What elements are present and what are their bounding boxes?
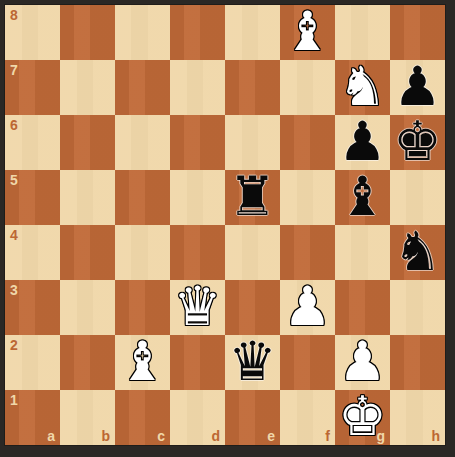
white-bishop[interactable]: ♝	[118, 335, 166, 389]
square-d4[interactable]	[170, 225, 225, 280]
square-a4[interactable]: 4	[5, 225, 60, 280]
square-f4[interactable]	[280, 225, 335, 280]
square-c3[interactable]	[115, 280, 170, 335]
square-e4[interactable]	[225, 225, 280, 280]
file-label-a: a	[47, 428, 55, 444]
square-a1[interactable]: 1a	[5, 390, 60, 445]
rank-label-4: 4	[10, 227, 18, 243]
black-queen[interactable]: ♛	[228, 335, 276, 389]
square-c4[interactable]	[115, 225, 170, 280]
square-f5[interactable]	[280, 170, 335, 225]
square-b4[interactable]	[60, 225, 115, 280]
square-f7[interactable]	[280, 60, 335, 115]
rank-label-1: 1	[10, 392, 18, 408]
square-c5[interactable]	[115, 170, 170, 225]
square-h7[interactable]: ♟	[390, 60, 445, 115]
square-e1[interactable]: e	[225, 390, 280, 445]
file-label-f: f	[325, 428, 330, 444]
square-h8[interactable]	[390, 5, 445, 60]
file-label-c: c	[157, 428, 165, 444]
square-d1[interactable]: d	[170, 390, 225, 445]
square-a3[interactable]: 3	[5, 280, 60, 335]
square-e5[interactable]: ♜	[225, 170, 280, 225]
white-king[interactable]: ♚	[338, 390, 386, 444]
square-e6[interactable]	[225, 115, 280, 170]
square-d8[interactable]	[170, 5, 225, 60]
square-g6[interactable]: ♟	[335, 115, 390, 170]
square-d2[interactable]	[170, 335, 225, 390]
file-label-d: d	[211, 428, 220, 444]
square-h3[interactable]	[390, 280, 445, 335]
white-pawn[interactable]: ♟	[338, 335, 386, 389]
square-a8[interactable]: 8	[5, 5, 60, 60]
square-h5[interactable]	[390, 170, 445, 225]
square-f1[interactable]: f	[280, 390, 335, 445]
square-e3[interactable]	[225, 280, 280, 335]
square-f8[interactable]: ♝	[280, 5, 335, 60]
rank-label-6: 6	[10, 117, 18, 133]
square-b1[interactable]: b	[60, 390, 115, 445]
square-b5[interactable]	[60, 170, 115, 225]
square-g4[interactable]	[335, 225, 390, 280]
chess-board-frame: 8♝7♞♟6♟♚5♜♝4♞3♛♟2♝♛♟1abcdefg♚h	[0, 0, 455, 457]
white-queen[interactable]: ♛	[173, 280, 221, 334]
square-c7[interactable]	[115, 60, 170, 115]
square-g5[interactable]: ♝	[335, 170, 390, 225]
square-d5[interactable]	[170, 170, 225, 225]
square-e7[interactable]	[225, 60, 280, 115]
square-a7[interactable]: 7	[5, 60, 60, 115]
square-g3[interactable]	[335, 280, 390, 335]
square-c2[interactable]: ♝	[115, 335, 170, 390]
rank-label-3: 3	[10, 282, 18, 298]
square-b3[interactable]	[60, 280, 115, 335]
black-bishop[interactable]: ♝	[338, 170, 386, 224]
square-h4[interactable]: ♞	[390, 225, 445, 280]
square-f3[interactable]: ♟	[280, 280, 335, 335]
rank-label-8: 8	[10, 7, 18, 23]
square-g1[interactable]: g♚	[335, 390, 390, 445]
square-h1[interactable]: h	[390, 390, 445, 445]
black-rook[interactable]: ♜	[228, 170, 276, 224]
black-pawn[interactable]: ♟	[393, 60, 441, 114]
square-b7[interactable]	[60, 60, 115, 115]
black-pawn[interactable]: ♟	[338, 115, 386, 169]
square-g2[interactable]: ♟	[335, 335, 390, 390]
square-g8[interactable]	[335, 5, 390, 60]
square-h2[interactable]	[390, 335, 445, 390]
square-b8[interactable]	[60, 5, 115, 60]
square-c8[interactable]	[115, 5, 170, 60]
rank-label-2: 2	[10, 337, 18, 353]
square-c6[interactable]	[115, 115, 170, 170]
square-e8[interactable]	[225, 5, 280, 60]
file-label-h: h	[431, 428, 440, 444]
square-d6[interactable]	[170, 115, 225, 170]
chess-board: 8♝7♞♟6♟♚5♜♝4♞3♛♟2♝♛♟1abcdefg♚h	[5, 5, 445, 445]
square-b6[interactable]	[60, 115, 115, 170]
square-d3[interactable]: ♛	[170, 280, 225, 335]
square-c1[interactable]: c	[115, 390, 170, 445]
square-a5[interactable]: 5	[5, 170, 60, 225]
square-g7[interactable]: ♞	[335, 60, 390, 115]
square-f2[interactable]	[280, 335, 335, 390]
square-a2[interactable]: 2	[5, 335, 60, 390]
white-knight[interactable]: ♞	[338, 60, 386, 114]
square-e2[interactable]: ♛	[225, 335, 280, 390]
file-label-e: e	[267, 428, 275, 444]
square-d7[interactable]	[170, 60, 225, 115]
file-label-b: b	[101, 428, 110, 444]
square-h6[interactable]: ♚	[390, 115, 445, 170]
square-f6[interactable]	[280, 115, 335, 170]
square-b2[interactable]	[60, 335, 115, 390]
rank-label-5: 5	[10, 172, 18, 188]
rank-label-7: 7	[10, 62, 18, 78]
white-pawn[interactable]: ♟	[283, 280, 331, 334]
black-king[interactable]: ♚	[393, 115, 441, 169]
black-knight[interactable]: ♞	[393, 225, 441, 279]
square-a6[interactable]: 6	[5, 115, 60, 170]
white-bishop[interactable]: ♝	[283, 5, 331, 59]
